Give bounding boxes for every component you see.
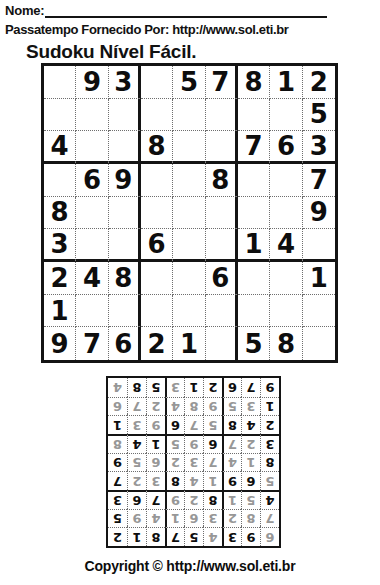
solution-cell: 3 [241, 397, 260, 416]
solution-cell: 2 [203, 378, 222, 397]
sudoku-cell: 9 [109, 164, 141, 197]
solution-cell: 3 [222, 527, 241, 546]
sudoku-cell: 8 [109, 262, 141, 295]
sudoku-cell: 1 [44, 295, 76, 328]
sudoku-cell [303, 295, 335, 328]
sudoku-cell: 6 [270, 131, 302, 164]
sudoku-grid: 935781254876369878936142486119762158 [41, 63, 338, 363]
sudoku-cell [141, 197, 173, 230]
solution-cell: 5 [127, 453, 146, 472]
sudoku-cell [303, 229, 335, 262]
solution-cell: 2 [127, 471, 146, 490]
solution-cell: 4 [241, 415, 260, 434]
solution-cell: 6 [241, 471, 260, 490]
solution-cell: 1 [108, 415, 127, 434]
sudoku-cell: 1 [303, 262, 335, 295]
sudoku-cell [206, 295, 238, 328]
sudoku-cell [238, 99, 270, 132]
sudoku-cell: 1 [238, 229, 270, 262]
solution-cell: 1 [146, 434, 165, 453]
solution-cell: 6 [260, 527, 279, 546]
solution-cell: 9 [127, 509, 146, 528]
sudoku-cell [109, 99, 141, 132]
solution-cell: 1 [184, 378, 203, 397]
solution-cell: 6 [146, 453, 165, 472]
solution-cell: 4 [127, 434, 146, 453]
sudoku-cell [44, 164, 76, 197]
sudoku-cell: 1 [173, 327, 205, 360]
solution-cell: 3 [184, 453, 203, 472]
sudoku-cell: 6 [109, 327, 141, 360]
solution-cell: 4 [260, 490, 279, 509]
solution-cell: 3 [146, 471, 165, 490]
sudoku-cell: 7 [76, 327, 108, 360]
sudoku-cell: 3 [109, 66, 141, 99]
copyright-text: Copyright © http://www.sol.eti.br [0, 558, 380, 574]
name-underline [45, 3, 327, 18]
sudoku-cell [141, 295, 173, 328]
solution-cell: 8 [222, 415, 241, 434]
sudoku-cell [141, 66, 173, 99]
solution-cell: 7 [127, 397, 146, 416]
sudoku-cell: 4 [270, 229, 302, 262]
sudoku-cell [238, 197, 270, 230]
sudoku-cell [206, 131, 238, 164]
sudoku-cell: 6 [76, 164, 108, 197]
sudoku-cell [270, 197, 302, 230]
solution-cell: 1 [222, 490, 241, 509]
solution-cell: 1 [260, 397, 279, 416]
page-title: Sudoku Nível Fácil. [26, 41, 375, 63]
sudoku-cell [206, 99, 238, 132]
sudoku-cell [206, 197, 238, 230]
sudoku-cell [173, 197, 205, 230]
sudoku-cell: 2 [303, 66, 335, 99]
sudoku-cell [44, 66, 76, 99]
solution-cell: 4 [146, 509, 165, 528]
solution-cell: 6 [184, 509, 203, 528]
solution-cell: 3 [127, 415, 146, 434]
sudoku-cell [238, 295, 270, 328]
sudoku-cell: 4 [76, 262, 108, 295]
sudoku-cell: 8 [44, 197, 76, 230]
solution-cell: 7 [184, 415, 203, 434]
solution-cell: 8 [241, 509, 260, 528]
solution-cell: 5 [241, 490, 260, 509]
solution-cell: 9 [203, 397, 222, 416]
solution-cell: 9 [184, 434, 203, 453]
sudoku-cell [270, 164, 302, 197]
solution-cell: 5 [203, 415, 222, 434]
sudoku-cell: 8 [238, 66, 270, 99]
solution-cell: 9 [241, 527, 260, 546]
solution-cell: 1 [127, 527, 146, 546]
solution-cell: 7 [146, 490, 165, 509]
sudoku-cell: 5 [238, 327, 270, 360]
sudoku-cell: 2 [44, 262, 76, 295]
sudoku-cell: 9 [44, 327, 76, 360]
solution-grid: 6934578127823614954518297635691483278147… [106, 376, 281, 548]
sudoku-cell [173, 99, 205, 132]
solution-cell: 6 [127, 490, 146, 509]
sudoku-cell [109, 295, 141, 328]
sudoku-cell: 3 [44, 229, 76, 262]
sudoku-cell: 7 [303, 164, 335, 197]
sudoku-cell [44, 99, 76, 132]
solution-cell: 8 [165, 471, 184, 490]
solution-cell: 6 [203, 434, 222, 453]
solution-cell: 2 [165, 453, 184, 472]
provider-text: Passatempo Fornecido Por: http://www.sol… [5, 22, 375, 37]
sudoku-cell [109, 131, 141, 164]
solution-cell: 8 [184, 397, 203, 416]
solution-cell: 6 [222, 378, 241, 397]
solution-cell: 1 [203, 471, 222, 490]
solution-cell: 4 [222, 453, 241, 472]
solution-cell: 4 [203, 527, 222, 546]
solution-cell: 2 [108, 527, 127, 546]
sudoku-cell: 2 [141, 327, 173, 360]
sudoku-cell: 1 [270, 66, 302, 99]
solution-cell: 7 [241, 378, 260, 397]
solution-cell: 7 [108, 471, 127, 490]
sudoku-cell: 8 [141, 131, 173, 164]
sudoku-cell: 4 [44, 131, 76, 164]
solution-cell: 5 [146, 378, 165, 397]
sudoku-cell: 5 [303, 99, 335, 132]
solution-cell: 6 [165, 415, 184, 434]
page-header: Nome: Passatempo Fornecido Por: http://w… [5, 3, 375, 63]
solution-cell: 8 [127, 378, 146, 397]
sudoku-cell [173, 131, 205, 164]
solution-cell: 9 [165, 490, 184, 509]
solution-cell: 8 [146, 527, 165, 546]
solution-cell: 4 [184, 471, 203, 490]
sudoku-cell [173, 164, 205, 197]
solution-cell: 5 [165, 434, 184, 453]
sudoku-cell [206, 229, 238, 262]
sudoku-cell: 5 [173, 66, 205, 99]
solution-cell: 2 [146, 397, 165, 416]
solution-cell: 8 [203, 490, 222, 509]
solution-cell: 3 [260, 434, 279, 453]
sudoku-cell [173, 295, 205, 328]
solution-cell: 9 [222, 471, 241, 490]
sudoku-cell [303, 327, 335, 360]
sudoku-cell: 8 [206, 164, 238, 197]
sudoku-cell [141, 164, 173, 197]
solution-cell: 9 [146, 415, 165, 434]
solution-cell: 3 [108, 490, 127, 509]
sudoku-cell [270, 295, 302, 328]
sudoku-cell [109, 197, 141, 230]
sudoku-cell: 9 [303, 197, 335, 230]
sudoku-cell [76, 197, 108, 230]
solution-cell: 2 [241, 434, 260, 453]
solution-cell: 4 [165, 397, 184, 416]
sudoku-cell [270, 262, 302, 295]
sudoku-cell: 9 [76, 66, 108, 99]
solution-cell: 5 [184, 527, 203, 546]
sudoku-cell [270, 99, 302, 132]
solution-cell: 3 [165, 378, 184, 397]
solution-cell: 2 [184, 490, 203, 509]
name-row: Nome: [5, 3, 375, 18]
sudoku-cell [141, 262, 173, 295]
sudoku-cell [238, 262, 270, 295]
solution-cell: 9 [108, 453, 127, 472]
sudoku-cell: 7 [206, 66, 238, 99]
sudoku-cell: 3 [303, 131, 335, 164]
sudoku-cell: 6 [141, 229, 173, 262]
solution-cell: 9 [260, 378, 279, 397]
solution-cell: 1 [165, 509, 184, 528]
solution-cell: 1 [241, 453, 260, 472]
solution-cell: 7 [260, 509, 279, 528]
solution-cell: 7 [203, 453, 222, 472]
sudoku-cell [173, 262, 205, 295]
name-label: Nome: [5, 3, 44, 18]
solution-cell: 6 [108, 397, 127, 416]
sudoku-cell [238, 164, 270, 197]
sudoku-cell [173, 229, 205, 262]
sudoku-cell: 8 [270, 327, 302, 360]
solution-cell: 7 [222, 434, 241, 453]
solution-cell: 5 [260, 471, 279, 490]
sudoku-cell: 6 [206, 262, 238, 295]
sudoku-cell [109, 229, 141, 262]
sudoku-cell [76, 295, 108, 328]
sudoku-cell [76, 229, 108, 262]
solution-cell: 5 [108, 509, 127, 528]
sudoku-cell [76, 131, 108, 164]
sudoku-cell: 7 [238, 131, 270, 164]
solution-cell: 7 [165, 527, 184, 546]
solution-cell: 4 [108, 378, 127, 397]
solution-cell: 8 [260, 453, 279, 472]
sudoku-cell [76, 99, 108, 132]
solution-cell: 8 [108, 434, 127, 453]
solution-cell: 2 [260, 415, 279, 434]
solution-cell: 2 [222, 509, 241, 528]
solution-cell: 5 [222, 397, 241, 416]
solution-cell: 3 [203, 509, 222, 528]
sudoku-cell [206, 327, 238, 360]
sudoku-cell [141, 99, 173, 132]
